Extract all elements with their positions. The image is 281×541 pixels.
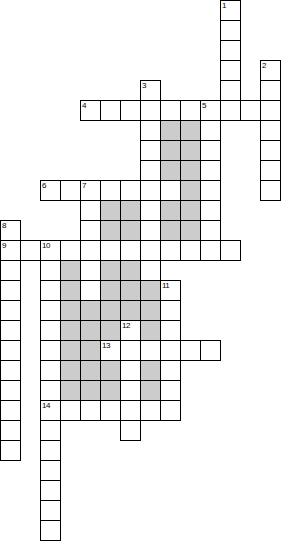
cell-r20c0[interactable] xyxy=(0,400,21,421)
cell-r11c7[interactable] xyxy=(140,220,161,241)
shaded-cell-r15c5 xyxy=(100,300,121,321)
cell-r5c6[interactable] xyxy=(120,100,141,121)
cell-r18c2[interactable] xyxy=(40,360,61,381)
cell-r9c13[interactable] xyxy=(260,180,281,201)
clue-number-14: 14 xyxy=(42,401,50,410)
cell-r12c5[interactable] xyxy=(100,240,121,261)
cell-r14c8[interactable]: 11 xyxy=(160,280,181,301)
clue-number-3: 3 xyxy=(142,81,146,90)
shaded-cell-r10c8 xyxy=(160,200,181,221)
clue-number-6: 6 xyxy=(42,181,46,190)
shaded-cell-r13c5 xyxy=(100,260,121,281)
cell-r12c7[interactable] xyxy=(140,240,161,261)
clue-number-13: 13 xyxy=(102,341,110,350)
cell-r2c11[interactable] xyxy=(220,40,241,61)
cell-r9c3[interactable] xyxy=(60,180,81,201)
cell-r9c8[interactable] xyxy=(160,180,181,201)
shaded-cell-r11c5 xyxy=(100,220,121,241)
cell-r4c11[interactable] xyxy=(220,80,241,101)
cell-r3c11[interactable] xyxy=(220,60,241,81)
cell-r15c2[interactable] xyxy=(40,300,61,321)
cell-r7c10[interactable] xyxy=(200,140,221,161)
cell-r19c0[interactable] xyxy=(0,380,21,401)
cell-r5c4[interactable]: 4 xyxy=(80,100,101,121)
cell-r20c7[interactable] xyxy=(140,400,161,421)
cell-r5c9[interactable] xyxy=(180,100,201,121)
shaded-cell-r15c6 xyxy=(120,300,141,321)
cell-r5c7[interactable] xyxy=(140,100,161,121)
cell-r8c7[interactable] xyxy=(140,160,161,181)
shaded-cell-r14c3 xyxy=(60,280,81,301)
cell-r10c7[interactable] xyxy=(140,200,161,221)
shaded-cell-r6c9 xyxy=(180,120,201,141)
shaded-cell-r11c9 xyxy=(180,220,201,241)
cell-r21c6[interactable] xyxy=(120,420,141,441)
shaded-cell-r11c6 xyxy=(120,220,141,241)
cell-r7c7[interactable] xyxy=(140,140,161,161)
shaded-cell-r14c6 xyxy=(120,280,141,301)
cell-r20c6[interactable] xyxy=(120,400,141,421)
cell-r17c5[interactable]: 13 xyxy=(100,340,121,361)
clue-number-1: 1 xyxy=(222,1,226,10)
shaded-cell-r18c7 xyxy=(140,360,161,381)
cell-r14c2[interactable] xyxy=(40,280,61,301)
cell-r7c13[interactable] xyxy=(260,140,281,161)
cell-r12c1[interactable] xyxy=(20,240,41,261)
shaded-cell-r13c3 xyxy=(60,260,81,281)
cell-r4c7[interactable]: 3 xyxy=(140,80,161,101)
clue-number-8: 8 xyxy=(2,221,6,230)
shaded-cell-r18c3 xyxy=(60,360,81,381)
cell-r16c2[interactable] xyxy=(40,320,61,341)
cell-r17c6[interactable] xyxy=(120,340,141,361)
clue-number-9: 9 xyxy=(2,241,6,250)
cell-r18c0[interactable] xyxy=(0,360,21,381)
cell-r17c10[interactable] xyxy=(200,340,221,361)
cell-r25c2[interactable] xyxy=(40,500,61,521)
cell-r12c4[interactable] xyxy=(80,240,101,261)
cell-r10c10[interactable] xyxy=(200,200,221,221)
shaded-cell-r17c4 xyxy=(80,340,101,361)
cell-r13c0[interactable] xyxy=(0,260,21,281)
shaded-cell-r11c8 xyxy=(160,220,181,241)
cell-r0c11[interactable]: 1 xyxy=(220,0,241,21)
shaded-cell-r19c3 xyxy=(60,380,81,401)
clue-number-10: 10 xyxy=(42,241,50,250)
cell-r19c2[interactable] xyxy=(40,380,61,401)
cell-r12c0[interactable]: 9 xyxy=(0,240,21,261)
cell-r14c0[interactable] xyxy=(0,280,21,301)
shaded-cell-r15c7 xyxy=(140,300,161,321)
cell-r16c8[interactable] xyxy=(160,320,181,341)
shaded-cell-r16c4 xyxy=(80,320,101,341)
shaded-cell-r18c5 xyxy=(100,360,121,381)
cell-r11c10[interactable] xyxy=(200,220,221,241)
crossword-grid: 1234567891011121314 xyxy=(0,0,281,541)
cell-r19c8[interactable] xyxy=(160,380,181,401)
cell-r17c9[interactable] xyxy=(180,340,201,361)
cell-r13c4[interactable] xyxy=(80,260,101,281)
cell-r17c2[interactable] xyxy=(40,340,61,361)
cell-r20c8[interactable] xyxy=(160,400,181,421)
cell-r12c10[interactable] xyxy=(200,240,221,261)
shaded-cell-r9c9 xyxy=(180,180,201,201)
cell-r16c6[interactable]: 12 xyxy=(120,320,141,341)
shaded-cell-r16c3 xyxy=(60,320,81,341)
shaded-cell-r15c3 xyxy=(60,300,81,321)
cell-r21c0[interactable] xyxy=(0,420,21,441)
cell-r9c2[interactable]: 6 xyxy=(40,180,61,201)
cell-r9c7[interactable] xyxy=(140,180,161,201)
clue-number-5: 5 xyxy=(202,101,206,110)
shaded-cell-r19c4 xyxy=(80,380,101,401)
clue-number-11: 11 xyxy=(162,281,169,290)
cell-r6c7[interactable] xyxy=(140,120,161,141)
cell-r24c2[interactable] xyxy=(40,480,61,501)
shaded-cell-r14c5 xyxy=(100,280,121,301)
cell-r12c3[interactable] xyxy=(60,240,81,261)
cell-r13c7[interactable] xyxy=(140,260,161,281)
cell-r15c0[interactable] xyxy=(0,300,21,321)
cell-r9c4[interactable]: 7 xyxy=(80,180,101,201)
cell-r17c8[interactable] xyxy=(160,340,181,361)
cell-r20c5[interactable] xyxy=(100,400,121,421)
cell-r12c8[interactable] xyxy=(160,240,181,261)
cell-r5c12[interactable] xyxy=(240,100,261,121)
cell-r10c4[interactable] xyxy=(80,200,101,221)
shaded-cell-r7c9 xyxy=(180,140,201,161)
shaded-cell-r18c4 xyxy=(80,360,101,381)
shaded-cell-r10c6 xyxy=(120,200,141,221)
cell-r19c6[interactable] xyxy=(120,380,141,401)
clue-number-7: 7 xyxy=(82,181,86,190)
cell-r4c13[interactable] xyxy=(260,80,281,101)
cell-r26c2[interactable] xyxy=(40,520,61,541)
cell-r6c13[interactable] xyxy=(260,120,281,141)
cell-r9c10[interactable] xyxy=(200,180,221,201)
cell-r3c13[interactable]: 2 xyxy=(260,60,281,81)
shaded-cell-r10c9 xyxy=(180,200,201,221)
clue-number-4: 4 xyxy=(82,101,86,110)
cell-r18c8[interactable] xyxy=(160,360,181,381)
cell-r5c13[interactable] xyxy=(260,100,281,121)
cell-r17c0[interactable] xyxy=(0,340,21,361)
shaded-cell-r19c5 xyxy=(100,380,121,401)
cell-r20c2[interactable]: 14 xyxy=(40,400,61,421)
shaded-cell-r8c8 xyxy=(160,160,181,181)
clue-number-12: 12 xyxy=(122,321,130,330)
clue-number-2: 2 xyxy=(262,61,266,70)
shaded-cell-r15c4 xyxy=(80,300,101,321)
cell-r17c7[interactable] xyxy=(140,340,161,361)
cell-r8c13[interactable] xyxy=(260,160,281,181)
cell-r16c0[interactable] xyxy=(0,320,21,341)
shaded-cell-r17c3 xyxy=(60,340,81,361)
shaded-cell-r16c7 xyxy=(140,320,161,341)
cell-r18c6[interactable] xyxy=(120,360,141,381)
cell-r5c5[interactable] xyxy=(100,100,121,121)
cell-r12c6[interactable] xyxy=(120,240,141,261)
cell-r23c2[interactable] xyxy=(40,460,61,481)
cell-r21c2[interactable] xyxy=(40,420,61,441)
shaded-cell-r14c7 xyxy=(140,280,161,301)
cell-r12c11[interactable] xyxy=(220,240,241,261)
cell-r9c6[interactable] xyxy=(120,180,141,201)
cell-r11c0[interactable]: 8 xyxy=(0,220,21,241)
cell-r20c3[interactable] xyxy=(60,400,81,421)
shaded-cell-r19c7 xyxy=(140,380,161,401)
cell-r5c8[interactable] xyxy=(160,100,181,121)
cell-r22c0[interactable] xyxy=(0,440,21,461)
cell-r6c10[interactable] xyxy=(200,120,221,141)
cell-r5c10[interactable]: 5 xyxy=(200,100,221,121)
cell-r5c11[interactable] xyxy=(220,100,241,121)
cell-r11c4[interactable] xyxy=(80,220,101,241)
cell-r22c2[interactable] xyxy=(40,440,61,461)
cell-r14c4[interactable] xyxy=(80,280,101,301)
cell-r12c2[interactable]: 10 xyxy=(40,240,61,261)
cell-r13c2[interactable] xyxy=(40,260,61,281)
shaded-cell-r7c8 xyxy=(160,140,181,161)
shaded-cell-r8c9 xyxy=(180,160,201,181)
cell-r1c11[interactable] xyxy=(220,20,241,41)
shaded-cell-r16c5 xyxy=(100,320,121,341)
cell-r15c8[interactable] xyxy=(160,300,181,321)
shaded-cell-r6c8 xyxy=(160,120,181,141)
cell-r20c4[interactable] xyxy=(80,400,101,421)
cell-r9c5[interactable] xyxy=(100,180,121,201)
shaded-cell-r13c6 xyxy=(120,260,141,281)
shaded-cell-r10c5 xyxy=(100,200,121,221)
cell-r12c9[interactable] xyxy=(180,240,201,261)
cell-r8c10[interactable] xyxy=(200,160,221,181)
